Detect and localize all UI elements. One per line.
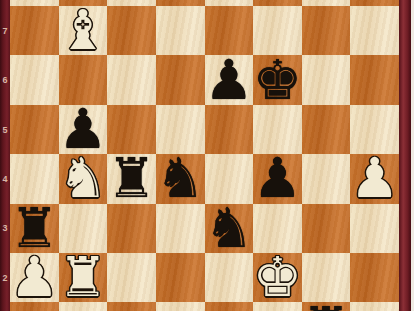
chess-board: ♝♟♚♟♞♜♞♟♟♜♞♟♜♚♜ [10,0,399,311]
board-frame-right [399,0,411,311]
square-e3: ♞ [205,204,254,253]
square-d4: ♞ [156,154,205,203]
rank-label-5: 5 [0,124,10,136]
square-f6: ♚ [253,55,302,104]
square-e6: ♟ [205,55,254,104]
piece-black-knight-d4: ♞ [156,151,205,206]
square-d2 [156,253,205,302]
square-g5 [302,105,351,154]
piece-black-knight-e3: ♞ [204,201,253,256]
square-a6 [10,55,59,104]
square-d1 [156,302,205,311]
square-b7: ♝ [59,6,108,55]
piece-black-king-f6: ♚ [253,53,302,108]
square-c7 [107,6,156,55]
square-g7 [302,6,351,55]
square-c1 [107,302,156,311]
square-c3 [107,204,156,253]
square-h4: ♟ [350,154,399,203]
board-frame-left: 765432 [0,0,10,311]
square-f4: ♟ [253,154,302,203]
square-f2: ♚ [253,253,302,302]
piece-white-king-f2: ♚ [253,250,302,305]
square-a5 [10,105,59,154]
square-c2 [107,253,156,302]
rank-label-7: 7 [0,25,10,37]
piece-white-pawn-h4: ♟ [350,151,399,206]
square-g1: ♜ [302,302,351,311]
square-g6 [302,55,351,104]
square-a2: ♟ [10,253,59,302]
rank-label-6: 6 [0,74,10,86]
square-g4 [302,154,351,203]
square-h2 [350,253,399,302]
piece-black-rook-c4: ♜ [107,151,156,206]
square-b2: ♜ [59,253,108,302]
square-h1 [350,302,399,311]
square-h7 [350,6,399,55]
square-c6 [107,55,156,104]
rank-label-2: 2 [0,272,10,284]
square-e2 [205,253,254,302]
square-h3 [350,204,399,253]
square-b4: ♞ [59,154,108,203]
square-e1 [205,302,254,311]
square-g3 [302,204,351,253]
square-e5 [205,105,254,154]
piece-white-bishop-b7: ♝ [58,3,107,58]
piece-black-rook-g1: ♜ [301,300,350,311]
chess-diagram: ♝♟♚♟♞♜♞♟♟♜♞♟♜♚♜ 765432 [0,0,414,311]
square-h6 [350,55,399,104]
square-a7 [10,6,59,55]
square-c4: ♜ [107,154,156,203]
piece-white-pawn-a2: ♟ [10,250,59,305]
square-d6 [156,55,205,104]
piece-white-knight-b4: ♞ [58,151,107,206]
piece-white-rook-b2: ♜ [58,250,107,305]
square-d7 [156,6,205,55]
piece-black-pawn-e6: ♟ [204,53,253,108]
rank-label-3: 3 [0,222,10,234]
piece-black-pawn-f4: ♟ [253,151,302,206]
square-d3 [156,204,205,253]
rank-label-4: 4 [0,173,10,185]
